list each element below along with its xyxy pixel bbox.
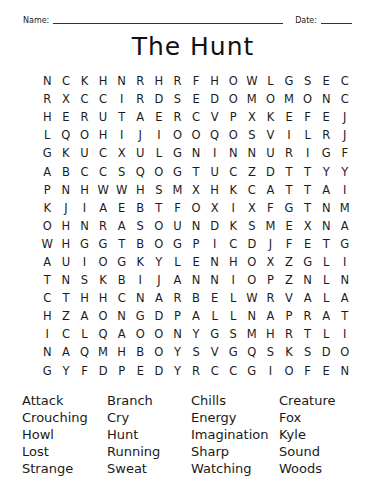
grid-cell-r8c6: B [131, 199, 150, 217]
grid-cell-r7c8: M [168, 181, 187, 199]
grid-cell-r16c3: Q [75, 343, 94, 361]
grid-cell-r9c5: A [112, 217, 131, 235]
grid-cell-r4c1: L [38, 126, 57, 144]
grid-cell-r6c11: C [224, 162, 243, 180]
grid-cell-r1c15: S [298, 72, 317, 90]
grid-cell-r3c10: V [205, 108, 224, 126]
grid-cell-r13c15: A [298, 289, 317, 307]
grid-cell-r9c16: N [317, 217, 336, 235]
grid-cell-r9c2: H [57, 217, 76, 235]
word-item: Sweat [107, 460, 191, 477]
grid-cell-r8c12: X [243, 199, 262, 217]
grid-cell-r11c17: I [336, 253, 355, 271]
grid-cell-r12c17: N [336, 271, 355, 289]
grid-cell-r9c14: E [280, 217, 299, 235]
date-blank-line [321, 15, 352, 24]
grid-cell-r8c8: F [168, 199, 187, 217]
grid-cell-r10c12: D [243, 235, 262, 253]
word-item: Kyle [279, 426, 386, 443]
grid-cell-r14c15: R [298, 307, 317, 325]
date-field: Date: [295, 15, 352, 25]
grid-cell-r2c17: C [336, 90, 355, 108]
grid-cell-r12c14: Z [280, 271, 299, 289]
grid-cell-r5c4: C [94, 144, 113, 162]
grid-cell-r17c14: O [280, 362, 299, 380]
grid-cell-r17c11: C [224, 362, 243, 380]
grid-cell-r12c6: I [131, 271, 150, 289]
grid-cell-r17c7: D [150, 362, 169, 380]
grid-cell-r14c6: G [131, 307, 150, 325]
grid-cell-r8c13: F [261, 199, 280, 217]
grid-cell-r4c8: O [168, 126, 187, 144]
grid-cell-r9c13: M [261, 217, 280, 235]
grid-cell-r13c8: R [168, 289, 187, 307]
word-bank: AttackCrouchingHowlLostStrangeBranchCryH… [22, 392, 386, 477]
grid-cell-r17c1: G [38, 362, 57, 380]
grid-cell-r12c5: B [112, 271, 131, 289]
grid-cell-r8c9: O [187, 199, 206, 217]
grid-cell-r17c8: Y [168, 362, 187, 380]
grid-cell-r2c8: S [168, 90, 187, 108]
grid-cell-r6c3: C [75, 162, 94, 180]
grid-cell-r10c7: O [150, 235, 169, 253]
grid-cell-r8c10: X [205, 199, 224, 217]
grid-cell-r12c3: S [75, 271, 94, 289]
grid-cell-r15c13: H [261, 325, 280, 343]
grid-cell-r16c17: O [336, 343, 355, 361]
grid-cell-r6c9: T [187, 162, 206, 180]
grid-cell-r4c17: J [336, 126, 355, 144]
grid-cell-r7c9: X [187, 181, 206, 199]
grid-cell-r4c4: H [94, 126, 113, 144]
grid-cell-r7c6: H [131, 181, 150, 199]
grid-cell-r11c8: L [168, 253, 187, 271]
grid-cell-r5c11: N [224, 144, 243, 162]
word-item: Running [107, 443, 191, 460]
grid-cell-r2c9: E [187, 90, 206, 108]
grid-cell-r16c4: M [94, 343, 113, 361]
grid-cell-r17c5: P [112, 362, 131, 380]
grid-cell-r10c2: H [57, 235, 76, 253]
grid-cell-r15c15: T [298, 325, 317, 343]
grid-cell-r16c10: V [205, 343, 224, 361]
grid-cell-r9c8: U [168, 217, 187, 235]
grid-cell-r2c1: R [38, 90, 57, 108]
grid-cell-r2c15: O [298, 90, 317, 108]
grid-cell-r8c14: G [280, 199, 299, 217]
grid-cell-r7c10: H [205, 181, 224, 199]
word-item: Lost [22, 443, 107, 460]
grid-cell-r5c8: G [168, 144, 187, 162]
grid-cell-r7c4: W [94, 181, 113, 199]
grid-cell-r1c1: N [38, 72, 57, 90]
grid-cell-r13c7: A [150, 289, 169, 307]
grid-cell-r14c9: A [187, 307, 206, 325]
grid-cell-r7c3: H [75, 181, 94, 199]
grid-cell-r1c8: R [168, 72, 187, 90]
grid-cell-r14c4: O [94, 307, 113, 325]
grid-cell-r14c14: P [280, 307, 299, 325]
grid-cell-r6c8: G [168, 162, 187, 180]
grid-cell-r11c1: A [38, 253, 57, 271]
grid-cell-r13c1: C [38, 289, 57, 307]
grid-cell-r9c7: O [150, 217, 169, 235]
grid-cell-r2c3: C [75, 90, 94, 108]
grid-cell-r7c16: A [317, 181, 336, 199]
grid-cell-r14c1: H [38, 307, 57, 325]
grid-cell-r11c5: G [112, 253, 131, 271]
word-bank-column: AttackCrouchingHowlLostStrange [22, 392, 107, 477]
word-item: Attack [22, 392, 107, 409]
grid-cell-r11c9: E [187, 253, 206, 271]
grid-cell-r14c3: A [75, 307, 94, 325]
grid-cell-r7c5: W [112, 181, 131, 199]
word-item: Branch [107, 392, 191, 409]
worksheet-page: Name: Date: The Hunt NCKHNRHRFHOWLGSECRX… [0, 0, 386, 500]
grid-cell-r6c17: Y [336, 162, 355, 180]
word-item: Imagination [191, 426, 279, 443]
word-item: Sharp [191, 443, 279, 460]
grid-cell-r2c2: X [57, 90, 76, 108]
grid-cell-r12c1: T [38, 271, 57, 289]
word-item: Fox [279, 409, 386, 426]
grid-cell-r4c2: Q [57, 126, 76, 144]
grid-cell-r1c11: O [224, 72, 243, 90]
grid-cell-r4c5: I [112, 126, 131, 144]
grid-cell-r6c12: Z [243, 162, 262, 180]
grid-cell-r1c10: H [205, 72, 224, 90]
grid-cell-r12c16: L [317, 271, 336, 289]
grid-cell-r3c7: E [150, 108, 169, 126]
grid-cell-r8c16: N [317, 199, 336, 217]
grid-cell-r11c16: L [317, 253, 336, 271]
grid-cell-r13c9: B [187, 289, 206, 307]
grid-cell-r3c12: X [243, 108, 262, 126]
grid-cell-r10c10: I [205, 235, 224, 253]
date-label: Date: [295, 16, 317, 25]
grid-cell-r17c6: E [131, 362, 150, 380]
grid-cell-r4c9: O [187, 126, 206, 144]
grid-cell-r6c16: Y [317, 162, 336, 180]
grid-cell-r13c13: R [261, 289, 280, 307]
grid-cell-r5c6: U [131, 144, 150, 162]
grid-cell-r14c11: L [224, 307, 243, 325]
grid-cell-r6c2: B [57, 162, 76, 180]
grid-cell-r5c1: G [38, 144, 57, 162]
grid-cell-r13c2: T [57, 289, 76, 307]
grid-cell-r15c16: L [317, 325, 336, 343]
word-item: Energy [191, 409, 279, 426]
grid-cell-r6c15: T [298, 162, 317, 180]
grid-cell-r16c7: O [150, 343, 169, 361]
word-item: Howl [22, 426, 107, 443]
grid-cell-r5c13: U [261, 144, 280, 162]
grid-cell-r3c5: T [112, 108, 131, 126]
grid-cell-r6c10: U [205, 162, 224, 180]
grid-cell-r12c11: I [224, 271, 243, 289]
word-item: Crouching [22, 409, 107, 426]
grid-cell-r11c2: U [57, 253, 76, 271]
grid-cell-r14c13: A [261, 307, 280, 325]
grid-cell-r14c16: A [317, 307, 336, 325]
grid-cell-r12c12: O [243, 271, 262, 289]
grid-cell-r16c5: H [112, 343, 131, 361]
grid-cell-r11c13: X [261, 253, 280, 271]
grid-cell-r17c15: F [298, 362, 317, 380]
grid-cell-r13c10: E [205, 289, 224, 307]
grid-cell-r10c14: F [280, 235, 299, 253]
grid-cell-r1c14: G [280, 72, 299, 90]
grid-cell-r5c15: I [298, 144, 317, 162]
grid-cell-r10c8: G [168, 235, 187, 253]
grid-cell-r4c12: S [243, 126, 262, 144]
grid-cell-r7c13: A [261, 181, 280, 199]
grid-cell-r3c15: F [298, 108, 317, 126]
grid-cell-r2c6: R [131, 90, 150, 108]
grid-cell-r11c10: N [205, 253, 224, 271]
grid-cell-r13c17: A [336, 289, 355, 307]
grid-cell-r6c1: A [38, 162, 57, 180]
grid-cell-r15c5: A [112, 325, 131, 343]
grid-cell-r9c6: S [131, 217, 150, 235]
grid-cell-r11c14: Z [280, 253, 299, 271]
grid-cell-r4c13: V [261, 126, 280, 144]
grid-cell-r3c1: H [38, 108, 57, 126]
grid-cell-r8c2: J [57, 199, 76, 217]
grid-cell-r4c16: R [317, 126, 336, 144]
grid-cell-r12c8: A [168, 271, 187, 289]
word-bank-column: CreatureFoxKyleSoundWoods [279, 392, 386, 477]
grid-cell-r14c2: Z [57, 307, 76, 325]
word-bank-column: BranchCryHuntRunningSweat [107, 392, 191, 477]
grid-cell-r9c10: D [205, 217, 224, 235]
word-item: Creature [279, 392, 386, 409]
grid-cell-r14c8: P [168, 307, 187, 325]
grid-cell-r3c16: E [317, 108, 336, 126]
grid-cell-r3c14: E [280, 108, 299, 126]
grid-cell-r10c15: E [298, 235, 317, 253]
grid-cell-r7c2: N [57, 181, 76, 199]
grid-cell-r10c5: T [112, 235, 131, 253]
grid-cell-r9c12: S [243, 217, 262, 235]
grid-cell-r11c3: I [75, 253, 94, 271]
grid-cell-r1c9: F [187, 72, 206, 90]
grid-cell-r17c2: Y [57, 362, 76, 380]
name-blank-line [53, 15, 283, 24]
grid-cell-r8c15: T [298, 199, 317, 217]
grid-cell-r15c17: I [336, 325, 355, 343]
grid-cell-r16c14: K [280, 343, 299, 361]
grid-cell-r13c4: H [94, 289, 113, 307]
grid-cell-r16c12: Q [243, 343, 262, 361]
puzzle-title: The Hunt [0, 32, 386, 61]
word-search-grid: NCKHNRHRFHOWLGSECRXCCIRDSEDOMOMONCHERUTA… [38, 72, 354, 380]
grid-cell-r11c6: K [131, 253, 150, 271]
grid-cell-r6c5: S [112, 162, 131, 180]
grid-cell-r1c7: H [150, 72, 169, 90]
word-item: Woods [279, 460, 386, 477]
grid-cell-r15c8: N [168, 325, 187, 343]
grid-cell-r5c10: I [205, 144, 224, 162]
grid-cell-r4c6: J [131, 126, 150, 144]
grid-cell-r16c11: G [224, 343, 243, 361]
grid-cell-r10c3: G [75, 235, 94, 253]
grid-cell-r10c13: J [261, 235, 280, 253]
word-item: Watching [191, 460, 279, 477]
grid-cell-r14c17: T [336, 307, 355, 325]
grid-cell-r15c14: R [280, 325, 299, 343]
grid-cell-r2c11: O [224, 90, 243, 108]
grid-cell-r6c13: D [261, 162, 280, 180]
grid-cell-r2c7: D [150, 90, 169, 108]
grid-cell-r4c15: L [298, 126, 317, 144]
grid-cell-r15c9: Y [187, 325, 206, 343]
grid-cell-r9c15: X [298, 217, 317, 235]
grid-cell-r1c5: N [112, 72, 131, 90]
grid-cell-r7c12: C [243, 181, 262, 199]
grid-cell-r6c7: O [150, 162, 169, 180]
grid-cell-r10c1: W [38, 235, 57, 253]
grid-cell-r14c10: L [205, 307, 224, 325]
grid-cell-r1c4: H [94, 72, 113, 90]
grid-cell-r12c9: N [187, 271, 206, 289]
grid-cell-r6c4: C [94, 162, 113, 180]
grid-cell-r12c4: K [94, 271, 113, 289]
grid-cell-r12c15: N [298, 271, 317, 289]
grid-cell-r16c16: D [317, 343, 336, 361]
grid-cell-r16c9: S [187, 343, 206, 361]
grid-cell-r16c8: Y [168, 343, 187, 361]
grid-cell-r1c17: C [336, 72, 355, 90]
grid-cell-r15c2: C [57, 325, 76, 343]
grid-cell-r3c4: U [94, 108, 113, 126]
grid-cell-r5c9: N [187, 144, 206, 162]
grid-cell-r1c12: W [243, 72, 262, 90]
name-label: Name: [23, 16, 49, 25]
grid-cell-r5c7: L [150, 144, 169, 162]
grid-cell-r7c15: T [298, 181, 317, 199]
word-item: Sound [279, 443, 386, 460]
grid-cell-r8c7: T [150, 199, 169, 217]
grid-cell-r4c14: I [280, 126, 299, 144]
grid-cell-r12c13: P [261, 271, 280, 289]
grid-cell-r4c11: O [224, 126, 243, 144]
grid-cell-r17c17: N [336, 362, 355, 380]
grid-cell-r6c14: T [280, 162, 299, 180]
grid-cell-r12c2: N [57, 271, 76, 289]
grid-cell-r7c14: T [280, 181, 299, 199]
grid-cell-r11c15: G [298, 253, 317, 271]
grid-cell-r7c7: S [150, 181, 169, 199]
grid-cell-r4c3: O [75, 126, 94, 144]
grid-cell-r2c10: D [205, 90, 224, 108]
grid-cell-r1c3: K [75, 72, 94, 90]
grid-cell-r3c17: J [336, 108, 355, 126]
grid-cell-r9c17: A [336, 217, 355, 235]
worksheet-header: Name: Date: [0, 0, 386, 25]
grid-cell-r7c1: P [38, 181, 57, 199]
grid-cell-r8c4: A [94, 199, 113, 217]
grid-cell-r16c6: B [131, 343, 150, 361]
grid-cell-r5c3: U [75, 144, 94, 162]
word-item: Chills [191, 392, 279, 409]
grid-cell-r9c1: O [38, 217, 57, 235]
grid-cell-r10c16: T [317, 235, 336, 253]
grid-cell-r17c3: F [75, 362, 94, 380]
grid-cell-r4c7: I [150, 126, 169, 144]
grid-cell-r15c10: G [205, 325, 224, 343]
grid-cell-r5c16: G [317, 144, 336, 162]
grid-cell-r5c12: N [243, 144, 262, 162]
grid-cell-r3c8: R [168, 108, 187, 126]
grid-cell-r11c11: H [224, 253, 243, 271]
grid-cell-r5c14: R [280, 144, 299, 162]
grid-cell-r5c5: X [112, 144, 131, 162]
grid-cell-r13c5: C [112, 289, 131, 307]
grid-cell-r1c6: R [131, 72, 150, 90]
grid-cell-r13c3: H [75, 289, 94, 307]
grid-cell-r13c14: V [280, 289, 299, 307]
grid-cell-r12c7: J [150, 271, 169, 289]
grid-cell-r17c16: E [317, 362, 336, 380]
grid-cell-r10c17: G [336, 235, 355, 253]
grid-cell-r3c11: P [224, 108, 243, 126]
grid-cell-r9c4: R [94, 217, 113, 235]
grid-cell-r3c13: K [261, 108, 280, 126]
grid-cell-r8c11: I [224, 199, 243, 217]
grid-cell-r1c16: E [317, 72, 336, 90]
grid-cell-r10c4: G [94, 235, 113, 253]
grid-cell-r11c4: O [94, 253, 113, 271]
grid-cell-r14c7: D [150, 307, 169, 325]
grid-cell-r15c6: O [131, 325, 150, 343]
grid-cell-r9c3: N [75, 217, 94, 235]
word-item: Strange [22, 460, 107, 477]
grid-cell-r17c9: R [187, 362, 206, 380]
grid-cell-r16c13: S [261, 343, 280, 361]
grid-cell-r16c15: S [298, 343, 317, 361]
grid-cell-r2c16: N [317, 90, 336, 108]
grid-cell-r15c11: S [224, 325, 243, 343]
grid-cell-r17c10: C [205, 362, 224, 380]
grid-cell-r16c2: A [57, 343, 76, 361]
grid-cell-r15c3: L [75, 325, 94, 343]
grid-cell-r6c6: Q [131, 162, 150, 180]
grid-cell-r8c5: E [112, 199, 131, 217]
grid-cell-r13c16: L [317, 289, 336, 307]
grid-cell-r3c6: A [131, 108, 150, 126]
grid-cell-r17c12: G [243, 362, 262, 380]
grid-cell-r8c1: K [38, 199, 57, 217]
grid-cell-r7c11: K [224, 181, 243, 199]
grid-cell-r4c10: Q [205, 126, 224, 144]
grid-cell-r13c6: N [131, 289, 150, 307]
grid-cell-r10c9: P [187, 235, 206, 253]
grid-cell-r15c4: Q [94, 325, 113, 343]
grid-cell-r13c11: L [224, 289, 243, 307]
grid-cell-r15c1: I [38, 325, 57, 343]
grid-cell-r3c2: E [57, 108, 76, 126]
grid-cell-r11c12: O [243, 253, 262, 271]
grid-cell-r13c12: W [243, 289, 262, 307]
grid-cell-r2c13: O [261, 90, 280, 108]
grid-cell-r10c11: C [224, 235, 243, 253]
grid-cell-r5c2: K [57, 144, 76, 162]
grid-cell-r2c4: C [94, 90, 113, 108]
grid-cell-r8c17: M [336, 199, 355, 217]
grid-cell-r2c14: M [280, 90, 299, 108]
grid-cell-r3c3: R [75, 108, 94, 126]
